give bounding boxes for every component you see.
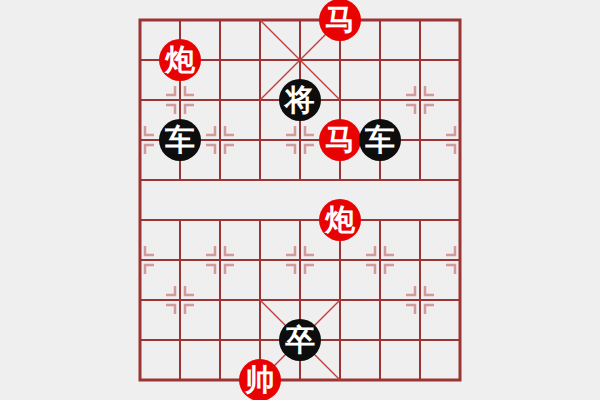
piece-layer[interactable]: 马炮将车马车炮卒帅 [120,0,480,400]
piece-black-chariot[interactable]: 车 [159,119,201,161]
piece-red-cannon[interactable]: 炮 [159,39,201,81]
piece-red-horse[interactable]: 马 [319,119,361,161]
piece-red-cannon[interactable]: 炮 [319,199,361,241]
piece-black-chariot[interactable]: 车 [359,119,401,161]
piece-red-general[interactable]: 帅 [239,359,281,400]
xiangqi-diagram: 马炮将车马车炮卒帅 [0,0,600,400]
piece-black-general[interactable]: 将 [279,79,321,121]
piece-red-horse[interactable]: 马 [319,0,361,41]
piece-black-soldier[interactable]: 卒 [279,319,321,361]
